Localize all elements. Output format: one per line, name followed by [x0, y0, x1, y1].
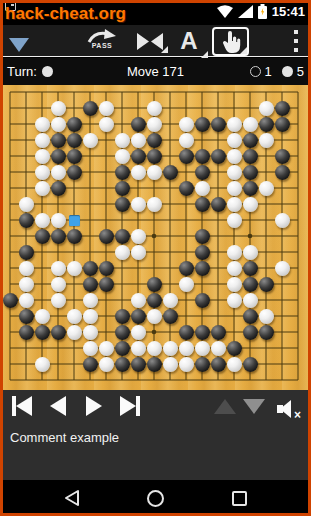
hand-pointer-icon: [221, 31, 241, 53]
black-stone: [131, 309, 146, 324]
bar-icon: [136, 396, 140, 416]
black-stone: [179, 261, 194, 276]
white-stone: [227, 117, 242, 132]
white-stone: [99, 341, 114, 356]
black-stone: [115, 229, 130, 244]
black-stone: [35, 325, 50, 340]
mute-x-icon: ×: [294, 410, 301, 420]
white-stone: [35, 309, 50, 324]
black-stone: [147, 133, 162, 148]
white-stone: [227, 277, 242, 292]
black-stone: [211, 325, 226, 340]
black-stone: [243, 357, 258, 372]
black-stone: [115, 341, 130, 356]
white-stone: [243, 197, 258, 212]
black-stone: [83, 101, 98, 116]
letter-a-icon: A: [180, 28, 197, 54]
white-stone: [211, 341, 226, 356]
recents-button[interactable]: [219, 486, 259, 510]
white-stone: [195, 341, 210, 356]
black-stone: [51, 149, 66, 164]
black-stone: [147, 293, 162, 308]
black-stone: [147, 277, 162, 292]
pass-label: PASS: [92, 42, 113, 49]
turn-bar: Turn: Move 171 1 5: [0, 58, 311, 85]
black-stone: [211, 197, 226, 212]
black-stone: [163, 165, 178, 180]
black-stone: [115, 181, 130, 196]
black-stone: [51, 181, 66, 196]
black-stone: [179, 149, 194, 164]
black-stone: [83, 261, 98, 276]
white-stone: [147, 197, 162, 212]
black-stone: [259, 277, 274, 292]
white-stone: [35, 149, 50, 164]
white-stone: [147, 309, 162, 324]
black-stone: [195, 149, 210, 164]
white-stone: [83, 133, 98, 148]
triangle-right-icon: [86, 396, 102, 416]
black-stone: [259, 325, 274, 340]
black-stone: [83, 357, 98, 372]
white-stone: [35, 213, 50, 228]
white-stone: [131, 293, 146, 308]
hoshi-point: [152, 234, 157, 239]
white-stone: [83, 293, 98, 308]
longpress-corner-icon: [201, 51, 208, 58]
white-stone: [179, 117, 194, 132]
white-stone: [243, 117, 258, 132]
white-stone: [227, 261, 242, 276]
label-a-button[interactable]: A: [174, 27, 204, 55]
white-stone: [131, 133, 146, 148]
black-stone: [259, 117, 274, 132]
variation-up-button[interactable]: [214, 399, 236, 414]
playback-panel: × Comment example: [0, 390, 311, 480]
white-stone: [227, 197, 242, 212]
longpress-corner-icon: [161, 46, 168, 53]
bowtie-icon: [136, 33, 164, 50]
white-stone: [83, 309, 98, 324]
black-stone: [51, 229, 66, 244]
white-stone: [35, 165, 50, 180]
black-stone: [211, 117, 226, 132]
variation-down-triangle-icon[interactable]: [9, 38, 29, 52]
white-stone: [51, 293, 66, 308]
white-stone: [35, 181, 50, 196]
black-stone: [243, 165, 258, 180]
white-stone: [67, 261, 82, 276]
black-stone: [3, 293, 18, 308]
black-stone: [243, 277, 258, 292]
black-stone: [195, 357, 210, 372]
black-stone: [243, 149, 258, 164]
white-stone: [131, 325, 146, 340]
black-stone: [195, 261, 210, 276]
back-triangle-icon: [64, 489, 80, 507]
white-stone: [147, 341, 162, 356]
go-board[interactable]: [0, 85, 311, 390]
white-stone: [131, 197, 146, 212]
last-move-button[interactable]: [120, 396, 140, 416]
score-button[interactable]: [136, 33, 164, 50]
pass-button[interactable]: PASS: [84, 29, 120, 49]
white-stone: [227, 357, 242, 372]
black-stone: [275, 165, 290, 180]
white-stone: [67, 309, 82, 324]
black-stone: [211, 149, 226, 164]
app-screen: 15:41 hack-cheat.org PASS A: [0, 0, 311, 516]
black-stone: [131, 117, 146, 132]
wifi-icon: [217, 5, 233, 18]
black-stone: [163, 309, 178, 324]
black-stone: [67, 149, 82, 164]
watermark-text: hack-cheat.org: [5, 4, 126, 24]
white-stone: [115, 245, 130, 260]
triangle-right-icon: [120, 396, 136, 416]
longpress-corner-icon: [240, 47, 247, 54]
white-stone: [227, 165, 242, 180]
white-stone: [115, 149, 130, 164]
black-stone: [115, 325, 130, 340]
black-stone: [99, 277, 114, 292]
recents-square-icon: [232, 491, 247, 506]
speaker-icon: [280, 400, 291, 418]
black-stone: [99, 229, 114, 244]
triangle-down-icon: [243, 399, 265, 414]
black-stone: [243, 309, 258, 324]
clock-time: 15:41: [272, 4, 305, 19]
black-stone: [195, 245, 210, 260]
signal-icon: [238, 5, 253, 18]
black-stone: [51, 133, 66, 148]
black-stone: [115, 309, 130, 324]
next-move-button[interactable]: [86, 396, 102, 416]
black-stone: [131, 357, 146, 372]
white-stone: [99, 117, 114, 132]
white-stone: [131, 341, 146, 356]
white-stone: [19, 261, 34, 276]
black-stone: [131, 149, 146, 164]
white-stone: [147, 117, 162, 132]
white-stone: [35, 133, 50, 148]
black-stone: [227, 341, 242, 356]
black-capture-count: 5: [297, 64, 304, 79]
white-stone: [51, 101, 66, 116]
prev-move-button[interactable]: [50, 396, 66, 416]
white-stone: [179, 277, 194, 292]
triangle-left-icon: [16, 396, 32, 416]
black-stone: [195, 293, 210, 308]
black-stone: [67, 229, 82, 244]
white-stone: [51, 165, 66, 180]
black-stone: [67, 133, 82, 148]
comment-text: Comment example: [10, 430, 119, 445]
black-stone: [115, 197, 130, 212]
white-stone: [19, 277, 34, 292]
white-stone: [195, 181, 210, 196]
white-stone: [259, 133, 274, 148]
mute-button[interactable]: ×: [277, 398, 303, 420]
white-stone: [163, 341, 178, 356]
black-stone: [19, 325, 34, 340]
white-stone: [227, 245, 242, 260]
white-stone: [115, 133, 130, 148]
black-stone: [195, 325, 210, 340]
back-button[interactable]: [52, 486, 92, 510]
white-stone: [19, 197, 34, 212]
white-stone: [227, 213, 242, 228]
black-stone: [275, 149, 290, 164]
white-stone: [179, 133, 194, 148]
black-stone: [243, 261, 258, 276]
white-stone: [227, 133, 242, 148]
white-stone: [179, 357, 194, 372]
overflow-menu-button[interactable]: [290, 30, 302, 52]
black-stone: [195, 197, 210, 212]
triangle-up-icon: [214, 399, 236, 414]
white-stone: [275, 213, 290, 228]
black-stone: [275, 101, 290, 116]
white-stone: [67, 325, 82, 340]
black-stone: [67, 117, 82, 132]
black-capture-icon: [282, 66, 293, 77]
black-stone: [179, 181, 194, 196]
menu-dot-icon: [294, 30, 298, 34]
white-stone: [179, 341, 194, 356]
black-stone: [195, 117, 210, 132]
white-stone: [259, 309, 274, 324]
white-stone: [51, 261, 66, 276]
white-stone: [227, 149, 242, 164]
white-stone: [147, 165, 162, 180]
first-move-button[interactable]: [12, 396, 32, 416]
black-stone: [195, 165, 210, 180]
black-stone: [243, 181, 258, 196]
black-stone: [67, 165, 82, 180]
white-stone: [35, 357, 50, 372]
white-stone: [243, 245, 258, 260]
black-stone: [51, 325, 66, 340]
white-stone: [243, 293, 258, 308]
black-stone: [275, 117, 290, 132]
triangle-left-icon: [50, 396, 66, 416]
white-stone: [131, 229, 146, 244]
white-stone: [51, 117, 66, 132]
blue-square-marker: [69, 215, 80, 226]
white-stone: [99, 357, 114, 372]
white-stone: [35, 117, 50, 132]
battery-icon: [258, 4, 267, 19]
black-stone: [179, 325, 194, 340]
white-stone: [163, 357, 178, 372]
black-stone: [99, 261, 114, 276]
action-bar: PASS A: [0, 25, 311, 57]
white-stone: [227, 293, 242, 308]
black-stone: [83, 277, 98, 292]
white-stone: [275, 261, 290, 276]
black-stone: [195, 229, 210, 244]
white-stone: [259, 181, 274, 196]
black-stone: [243, 133, 258, 148]
black-stone: [19, 213, 34, 228]
black-stone: [211, 357, 226, 372]
black-stone: [19, 309, 34, 324]
black-stone: [147, 357, 162, 372]
white-stone: [83, 325, 98, 340]
menu-dot-icon: [294, 48, 298, 52]
white-stone: [51, 277, 66, 292]
white-stone: [83, 341, 98, 356]
white-capture-count: 1: [265, 64, 272, 79]
black-stone: [147, 149, 162, 164]
hand-tool-button[interactable]: [212, 27, 249, 56]
white-stone: [259, 101, 274, 116]
white-stone: [51, 213, 66, 228]
menu-dot-icon: [294, 39, 298, 43]
white-capture-icon: [250, 66, 261, 77]
black-stone: [19, 245, 34, 260]
white-stone: [99, 101, 114, 116]
white-stone: [147, 101, 162, 116]
black-stone: [35, 229, 50, 244]
black-stone: [115, 165, 130, 180]
white-stone: [131, 245, 146, 260]
black-stone: [243, 325, 258, 340]
hoshi-point: [152, 330, 157, 335]
black-stone: [115, 357, 130, 372]
white-stone: [163, 293, 178, 308]
white-stone: [131, 165, 146, 180]
hoshi-point: [248, 234, 253, 239]
android-nav-bar: [0, 480, 311, 516]
variation-down-button[interactable]: [243, 399, 265, 414]
white-stone: [19, 293, 34, 308]
home-button[interactable]: [135, 486, 175, 510]
home-circle-icon: [147, 490, 164, 507]
white-stone: [227, 181, 242, 196]
